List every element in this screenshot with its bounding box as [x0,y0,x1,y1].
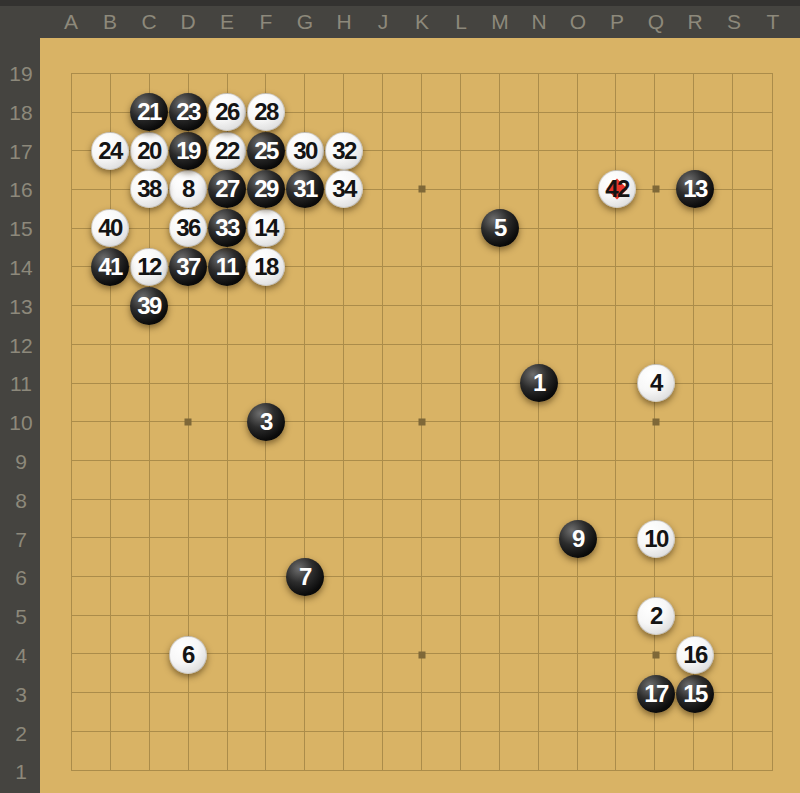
stone-black-g6: 7 [286,558,324,596]
grid-cell [383,654,422,693]
grid-cell [228,693,267,732]
grid-cell [344,654,383,693]
grid-cell [616,267,655,306]
star-point-q4 [653,652,660,659]
column-label-s: S [727,11,741,32]
stone-black-b14: 41 [91,248,129,286]
grid-cell [228,345,267,384]
grid-cell [305,732,344,771]
grid-cell [305,384,344,423]
grid-cell [500,616,539,655]
grid-cell [616,461,655,500]
grid-cell [461,267,500,306]
grid-cell [461,616,500,655]
grid-cell [655,422,694,461]
grid-cell [694,732,733,771]
column-label-k: K [415,11,429,32]
row-label-1: 1 [15,761,27,782]
grid-cell [694,267,733,306]
column-label-r: R [687,11,702,32]
grid-cell [500,500,539,539]
grid-cell [539,732,578,771]
grid-cell [733,500,772,539]
stone-black-g16: 31 [286,170,324,208]
grid-cell [344,74,383,113]
grid-cell [228,538,267,577]
row-label-4: 4 [15,645,27,666]
grid-cell [383,422,422,461]
move-number: 42 [605,177,629,201]
grid-cell [500,74,539,113]
row-label-10: 10 [9,412,32,433]
column-label-t: T [767,11,780,32]
grid-cell [189,577,228,616]
move-number: 34 [332,177,356,201]
grid-cell [344,616,383,655]
grid-cell [111,422,150,461]
grid-cell [733,151,772,190]
move-number: 15 [683,682,707,706]
grid-cell [539,190,578,229]
grid-cell [150,384,189,423]
column-label-n: N [531,11,546,32]
grid-cell [228,732,267,771]
grid-cell [344,500,383,539]
stone-white-c17: 20 [130,132,168,170]
row-label-3: 3 [15,683,27,704]
grid-cell [189,384,228,423]
grid-cell [694,113,733,152]
grid-cell [733,190,772,229]
grid-cell [189,538,228,577]
grid-cell [694,345,733,384]
grid-cell [150,461,189,500]
grid-cell [461,500,500,539]
grid-cell [305,345,344,384]
grid-cell [694,500,733,539]
stone-white-b17: 24 [91,132,129,170]
grid-cell [266,500,305,539]
grid-cell [111,693,150,732]
move-number: 8 [182,177,194,201]
grid-cell [616,732,655,771]
stone-black-d17: 19 [169,132,207,170]
grid-cell [539,577,578,616]
move-number: 25 [254,139,278,163]
grid-cell [189,693,228,732]
grid-cell [694,74,733,113]
stone-black-m15: 5 [481,209,519,247]
grid-cell [733,229,772,268]
column-label-b: B [103,11,117,32]
row-label-13: 13 [9,295,32,316]
grid-cell [228,654,267,693]
grid-cell [422,422,461,461]
row-label-17: 17 [9,140,32,161]
stone-black-c13: 39 [130,287,168,325]
grid-cell [344,461,383,500]
stone-black-d18: 23 [169,93,207,131]
row-label-6: 6 [15,567,27,588]
move-number: 19 [176,139,200,163]
row-labels-bar: 19181716151413121110987654321 [0,0,40,793]
grid-cell [539,693,578,732]
board-surface[interactable]: 1234567891011121314151617181920212223242… [40,38,800,793]
grid-cell [500,422,539,461]
grid-cell [461,732,500,771]
row-label-9: 9 [15,451,27,472]
grid-cell [422,461,461,500]
grid-cell [344,267,383,306]
stone-black-f10: 3 [247,403,285,441]
grid-cell [461,693,500,732]
row-label-18: 18 [9,101,32,122]
grid-cell [383,616,422,655]
grid-cell [578,306,617,345]
grid-cell [733,267,772,306]
stone-white-f18: 28 [247,93,285,131]
stone-black-c18: 21 [130,93,168,131]
grid-cell [539,113,578,152]
move-number: 5 [494,216,506,240]
stone-black-r3: 15 [676,675,714,713]
grid-cell [578,229,617,268]
grid-cell [461,151,500,190]
column-labels-bar: ABCDEFGHJKLMNOPQRST [0,0,800,38]
stone-white-b15: 40 [91,209,129,247]
star-point-q10 [653,419,660,426]
grid-cell [733,732,772,771]
grid-cell [305,654,344,693]
column-label-e: E [220,11,234,32]
move-number: 28 [254,100,278,124]
grid-cell [539,74,578,113]
grid-cell [616,229,655,268]
grid-cell [422,616,461,655]
move-number: 26 [215,100,239,124]
grid-cell [655,74,694,113]
grid-cell [422,577,461,616]
move-number: 39 [137,294,161,318]
grid-cell [422,693,461,732]
column-label-j: J [378,11,389,32]
grid-cell [500,151,539,190]
grid-cell [422,74,461,113]
grid-cell [344,732,383,771]
stone-black-r16: 13 [676,170,714,208]
grid-cell [266,345,305,384]
move-number: 3 [260,410,272,434]
grid-cell [500,654,539,693]
grid-cell [694,577,733,616]
grid-cell [694,422,733,461]
stone-white-d4: 6 [169,636,207,674]
row-label-19: 19 [9,63,32,84]
grid-cell [383,113,422,152]
grid-cell [383,461,422,500]
stone-white-p16: 42 [598,170,636,208]
column-label-m: M [491,11,509,32]
row-label-15: 15 [9,218,32,239]
grid-cell [461,74,500,113]
stone-white-h17: 32 [325,132,363,170]
grid-cell [266,732,305,771]
grid-cell [461,345,500,384]
grid-cell [344,577,383,616]
grid-cell [111,616,150,655]
grid-cell [228,306,267,345]
grid-cell [150,577,189,616]
grid-cell [616,74,655,113]
move-number: 22 [215,139,239,163]
stone-white-c14: 12 [130,248,168,286]
grid-cell [655,732,694,771]
grid-cell [189,461,228,500]
move-number: 6 [182,643,194,667]
grid-cell [383,577,422,616]
stone-white-f14: 18 [247,248,285,286]
grid-cell [461,654,500,693]
grid-cell [383,538,422,577]
grid-cell [422,654,461,693]
grid-cell [344,384,383,423]
grid-cell [539,461,578,500]
grid-cell [578,654,617,693]
grid-cell [616,306,655,345]
grid-cell [422,113,461,152]
grid-cell [150,732,189,771]
grid-cell [578,461,617,500]
grid-cell [111,654,150,693]
grid-cell [150,345,189,384]
grid-cell [578,616,617,655]
grid-cell [72,732,111,771]
grid-cell [616,113,655,152]
grid-cell [305,74,344,113]
grid-cell [733,461,772,500]
grid-cell [422,732,461,771]
grid-cell [305,229,344,268]
grid-cell [733,306,772,345]
grid-cell [150,500,189,539]
grid-cell [228,500,267,539]
move-number: 31 [293,177,317,201]
grid-cell [72,616,111,655]
star-point-d10 [185,419,192,426]
move-number: 33 [215,216,239,240]
move-number: 17 [644,682,668,706]
grid-cell [72,538,111,577]
grid-cell [500,538,539,577]
grid-cell [539,654,578,693]
grid-cell [111,577,150,616]
grid-cell [500,693,539,732]
grid-cell [733,345,772,384]
grid-cell [422,345,461,384]
grid-cell [150,538,189,577]
move-number: 2 [650,604,662,628]
grid-cell [578,732,617,771]
move-number: 36 [176,216,200,240]
grid-cell [461,306,500,345]
grid-cell [266,654,305,693]
grid-cell [655,461,694,500]
move-number: 1 [533,371,545,395]
row-label-14: 14 [9,257,32,278]
grid-cell [72,384,111,423]
grid-cell [72,422,111,461]
move-number: 7 [299,565,311,589]
grid-cell [733,577,772,616]
grid-cell [189,306,228,345]
move-number: 20 [137,139,161,163]
grid-cell [422,151,461,190]
grid-cell [344,345,383,384]
grid-cell [655,229,694,268]
move-number: 37 [176,255,200,279]
grid-cell [305,693,344,732]
move-number: 23 [176,100,200,124]
grid-cell [189,345,228,384]
grid-cell [266,616,305,655]
grid-cell [694,306,733,345]
grid-cell [578,267,617,306]
grid-cell [111,538,150,577]
grid-cell [694,229,733,268]
grid-cell [305,267,344,306]
column-label-l: L [455,11,467,32]
grid-cell [383,345,422,384]
grid-cell [383,267,422,306]
row-label-12: 12 [9,334,32,355]
row-label-7: 7 [15,528,27,549]
move-number: 30 [293,139,317,163]
grid-cell [422,500,461,539]
grid-cell [616,422,655,461]
grid-cell [228,461,267,500]
grid-cell [539,616,578,655]
grid-cell [461,538,500,577]
column-label-p: P [610,11,624,32]
grid-cell [383,151,422,190]
grid-cell [539,306,578,345]
stone-white-e18: 26 [208,93,246,131]
grid-cell [383,190,422,229]
grid-cell [694,461,733,500]
grid-cell [539,229,578,268]
grid-cell [344,693,383,732]
move-number: 9 [572,527,584,551]
grid-cell [72,577,111,616]
stone-black-o7: 9 [559,520,597,558]
grid-cell [500,113,539,152]
grid-cell [539,422,578,461]
grid-cell [733,74,772,113]
grid-cell [500,306,539,345]
stone-black-f17: 25 [247,132,285,170]
grid-cell [422,267,461,306]
grid-cell [150,693,189,732]
grid-cell [539,267,578,306]
grid-cell [344,538,383,577]
column-label-c: C [141,11,156,32]
grid-cell [500,267,539,306]
stone-black-f16: 29 [247,170,285,208]
grid-cell [461,384,500,423]
row-label-16: 16 [9,179,32,200]
grid-cell [228,616,267,655]
move-number: 38 [137,177,161,201]
grid-cell [694,384,733,423]
column-label-d: D [180,11,195,32]
go-record-viewer: 1234567891011121314151617181920212223242… [0,0,800,793]
stone-white-q11: 4 [637,364,675,402]
grid-cell [383,500,422,539]
stone-black-e14: 11 [208,248,246,286]
grid-cell [578,693,617,732]
move-number: 12 [137,255,161,279]
grid-cell [344,229,383,268]
grid-cell [694,538,733,577]
move-number: 41 [98,255,122,279]
stone-white-q5: 2 [637,597,675,635]
stone-black-d14: 37 [169,248,207,286]
grid-cell [578,384,617,423]
grid-cell [150,422,189,461]
move-number: 14 [254,216,278,240]
grid-cell [111,732,150,771]
grid-cell [578,422,617,461]
stone-white-e17: 22 [208,132,246,170]
grid-cell [189,500,228,539]
grid-cell [383,229,422,268]
move-number: 4 [650,371,662,395]
stone-white-g17: 30 [286,132,324,170]
grid-cell [72,306,111,345]
grid-cell [72,74,111,113]
grid-cell [228,577,267,616]
grid-cell [305,461,344,500]
grid-cell [578,74,617,113]
grid-cell [72,500,111,539]
row-label-8: 8 [15,489,27,510]
star-point-k4 [419,652,426,659]
grid-cell [578,113,617,152]
grid-cell [422,538,461,577]
row-label-2: 2 [15,722,27,743]
grid-cell [655,306,694,345]
grid-cell [72,345,111,384]
grid-cell [422,229,461,268]
grid-cell [500,461,539,500]
grid-cell [733,422,772,461]
column-label-a: A [64,11,78,32]
move-number: 11 [216,255,238,279]
grid-cell [72,693,111,732]
grid-cell [539,151,578,190]
move-number: 18 [254,255,278,279]
grid-cell [305,616,344,655]
column-label-f: F [260,11,273,32]
grid-cell [578,577,617,616]
grid-cell [383,693,422,732]
grid-cell [111,461,150,500]
move-number: 27 [215,177,239,201]
move-number: 32 [332,139,356,163]
star-point-k16 [419,186,426,193]
move-number: 29 [254,177,278,201]
move-number: 24 [98,139,122,163]
